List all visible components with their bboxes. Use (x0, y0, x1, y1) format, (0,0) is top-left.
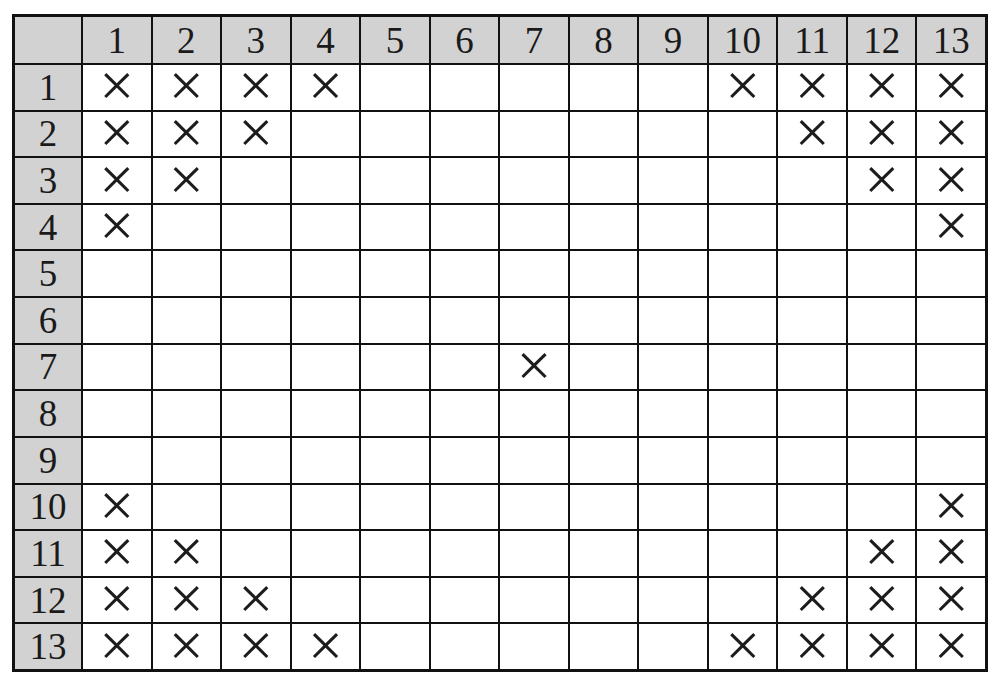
grid-cell[interactable] (778, 298, 846, 343)
cross-mark: × (99, 112, 134, 157)
grid-cell[interactable] (848, 345, 916, 390)
grid-cell[interactable] (292, 112, 360, 157)
cross-mark: × (99, 205, 134, 250)
grid-cell[interactable]: × (500, 345, 568, 390)
grid-cell[interactable]: × (778, 112, 846, 157)
grid-cell[interactable] (83, 345, 151, 390)
cross-mark: × (934, 205, 969, 250)
grid-cell[interactable] (222, 251, 290, 296)
grid-cell[interactable] (639, 65, 707, 110)
row-header-4: 4 (15, 205, 81, 250)
grid-cell[interactable] (848, 205, 916, 250)
grid-cell[interactable]: × (917, 624, 985, 669)
cross-mark: × (169, 624, 204, 669)
grid-cell[interactable] (500, 251, 568, 296)
grid-cell[interactable]: × (292, 624, 360, 669)
grid-cell[interactable] (361, 624, 429, 669)
grid-cell[interactable] (639, 485, 707, 530)
grid-cell[interactable]: × (709, 65, 777, 110)
grid-cell[interactable] (709, 298, 777, 343)
grid-cell[interactable] (153, 205, 221, 250)
grid-cell[interactable]: × (778, 65, 846, 110)
row-header-13: 13 (15, 624, 81, 669)
cross-mark: × (934, 65, 969, 110)
grid-cell[interactable] (848, 438, 916, 483)
row-header-10: 10 (15, 485, 81, 530)
grid-cell[interactable] (222, 485, 290, 530)
cross-mark: × (934, 485, 969, 530)
grid-cell[interactable] (500, 578, 568, 623)
cross-mark: × (864, 112, 899, 157)
grid-cell[interactable]: × (83, 485, 151, 530)
grid-cell[interactable]: × (153, 158, 221, 203)
cross-mark: × (864, 531, 899, 576)
grid-cell[interactable] (500, 65, 568, 110)
grid-cell[interactable] (361, 298, 429, 343)
grid-cell[interactable]: × (153, 531, 221, 576)
grid-cell[interactable] (292, 345, 360, 390)
col-header-7: 7 (500, 17, 568, 63)
cross-mark: × (864, 624, 899, 669)
grid-cell[interactable]: × (153, 578, 221, 623)
grid-cell[interactable] (709, 251, 777, 296)
grid-cell[interactable] (361, 112, 429, 157)
grid-cell[interactable] (639, 298, 707, 343)
grid-cell[interactable] (431, 345, 499, 390)
grid-cell[interactable] (361, 578, 429, 623)
grid-cell[interactable]: × (83, 624, 151, 669)
grid-cell[interactable] (848, 391, 916, 436)
grid-cell[interactable]: × (848, 65, 916, 110)
grid-cell[interactable]: × (917, 485, 985, 530)
grid-cell[interactable] (361, 531, 429, 576)
grid-cell[interactable] (570, 624, 638, 669)
grid-cell[interactable] (500, 624, 568, 669)
cross-mark: × (99, 624, 134, 669)
grid-cell[interactable] (431, 624, 499, 669)
grid-cell[interactable] (292, 438, 360, 483)
grid-cell[interactable] (500, 438, 568, 483)
grid-cell[interactable] (292, 485, 360, 530)
grid-cell[interactable] (778, 251, 846, 296)
cross-mark: × (238, 65, 273, 110)
cross-mark: × (169, 531, 204, 576)
grid-cell[interactable] (570, 205, 638, 250)
grid-cell[interactable] (709, 205, 777, 250)
grid-cell[interactable] (570, 158, 638, 203)
grid-cell[interactable] (639, 205, 707, 250)
grid-cell[interactable]: × (83, 205, 151, 250)
cross-mark: × (238, 112, 273, 157)
cross-mark: × (169, 112, 204, 157)
grid-cell[interactable] (917, 345, 985, 390)
grid-cell[interactable]: × (848, 531, 916, 576)
grid-cell[interactable] (431, 205, 499, 250)
grid-cell[interactable] (222, 391, 290, 436)
grid-cell[interactable] (570, 485, 638, 530)
grid-cell[interactable] (778, 531, 846, 576)
grid-cell[interactable] (778, 158, 846, 203)
grid-cell[interactable]: × (83, 65, 151, 110)
col-header-3: 3 (222, 17, 290, 63)
grid-cell[interactable] (570, 112, 638, 157)
grid-cell[interactable] (500, 391, 568, 436)
grid-cell[interactable] (83, 391, 151, 436)
grid-cell[interactable] (778, 438, 846, 483)
grid-cell[interactable] (570, 578, 638, 623)
col-header-11: 11 (778, 17, 846, 63)
grid-cell[interactable] (778, 485, 846, 530)
grid-cell[interactable] (361, 158, 429, 203)
row-header-8: 8 (15, 391, 81, 436)
grid-cell[interactable] (639, 158, 707, 203)
grid-cell[interactable]: × (917, 112, 985, 157)
cross-mark: × (99, 578, 134, 623)
grid-cell[interactable]: × (709, 624, 777, 669)
grid-cell[interactable] (292, 158, 360, 203)
grid-cell[interactable]: × (153, 624, 221, 669)
row-header-11: 11 (15, 531, 81, 576)
grid-cell[interactable] (570, 391, 638, 436)
grid-cell[interactable] (709, 112, 777, 157)
cross-mark: × (169, 578, 204, 623)
grid-cell[interactable] (570, 531, 638, 576)
cross-mark: × (864, 65, 899, 110)
cross-mark: × (308, 624, 343, 669)
grid-cell[interactable]: × (222, 112, 290, 157)
cross-mark: × (99, 65, 134, 110)
grid-cell[interactable] (500, 298, 568, 343)
grid-cell[interactable] (153, 391, 221, 436)
row-header-6: 6 (15, 298, 81, 343)
grid-cell[interactable] (292, 578, 360, 623)
grid-cell[interactable]: × (917, 578, 985, 623)
grid-cell[interactable]: × (848, 624, 916, 669)
grid-cell[interactable] (639, 391, 707, 436)
grid-cell[interactable] (431, 578, 499, 623)
grid-cell[interactable] (153, 485, 221, 530)
cross-mark: × (795, 65, 830, 110)
grid-cell[interactable]: × (778, 624, 846, 669)
grid-cell[interactable] (709, 531, 777, 576)
grid-cell[interactable] (639, 345, 707, 390)
grid-cell[interactable] (222, 298, 290, 343)
cross-mark: × (99, 531, 134, 576)
grid-cell[interactable] (361, 251, 429, 296)
grid-cell[interactable] (848, 251, 916, 296)
grid-cell[interactable]: × (222, 624, 290, 669)
grid-cell[interactable]: × (222, 65, 290, 110)
col-header-8: 8 (570, 17, 638, 63)
cross-mark: × (169, 158, 204, 203)
grid-cell[interactable] (500, 531, 568, 576)
grid-cell[interactable] (431, 158, 499, 203)
row-header-2: 2 (15, 112, 81, 157)
cross-mark: × (99, 485, 134, 530)
col-header-13: 13 (917, 17, 985, 63)
grid-cell[interactable] (361, 485, 429, 530)
grid-cell[interactable] (222, 345, 290, 390)
grid-cell[interactable] (709, 438, 777, 483)
grid-cell[interactable] (361, 345, 429, 390)
grid-cell[interactable] (292, 531, 360, 576)
grid-cell[interactable] (500, 158, 568, 203)
grid-cell[interactable] (917, 438, 985, 483)
grid-cell[interactable] (639, 438, 707, 483)
row-header-5: 5 (15, 251, 81, 296)
grid-cell[interactable] (639, 112, 707, 157)
cross-mark: × (725, 624, 760, 669)
grid-cell[interactable] (500, 485, 568, 530)
grid-cell[interactable] (153, 251, 221, 296)
cross-mark: × (517, 345, 552, 390)
cross-mark: × (99, 158, 134, 203)
grid-cell[interactable] (361, 65, 429, 110)
row-header-12: 12 (15, 578, 81, 623)
grid-cell[interactable] (292, 298, 360, 343)
corner-cell (15, 17, 81, 63)
col-header-1: 1 (83, 17, 151, 63)
grid-cell[interactable] (570, 65, 638, 110)
grid-cell[interactable] (639, 531, 707, 576)
grid-cell[interactable]: × (83, 578, 151, 623)
row-header-9: 9 (15, 438, 81, 483)
grid-cell[interactable] (709, 158, 777, 203)
cross-mark: × (238, 624, 273, 669)
grid-cell[interactable] (222, 438, 290, 483)
grid-cell[interactable] (570, 251, 638, 296)
grid-cell[interactable] (83, 298, 151, 343)
grid-cell[interactable] (361, 205, 429, 250)
grid-cell[interactable]: × (153, 65, 221, 110)
col-header-6: 6 (431, 17, 499, 63)
grid-cell[interactable]: × (917, 531, 985, 576)
grid-cell[interactable] (639, 578, 707, 623)
col-header-10: 10 (709, 17, 777, 63)
grid-cell[interactable]: × (917, 65, 985, 110)
grid-cell[interactable] (570, 438, 638, 483)
cross-mark: × (795, 624, 830, 669)
cross-mark: × (864, 158, 899, 203)
row-header-7: 7 (15, 345, 81, 390)
grid-cell[interactable] (431, 391, 499, 436)
cross-mark: × (934, 112, 969, 157)
grid-cell[interactable] (431, 485, 499, 530)
grid-cell[interactable]: × (83, 531, 151, 576)
row-header-3: 3 (15, 158, 81, 203)
grid-cell[interactable]: × (778, 578, 846, 623)
col-header-2: 2 (153, 17, 221, 63)
grid-cell[interactable] (570, 345, 638, 390)
grid-cell[interactable]: × (153, 112, 221, 157)
cross-mark: × (308, 65, 343, 110)
grid-cell[interactable] (222, 531, 290, 576)
cross-mark: × (934, 531, 969, 576)
grid-cell[interactable] (778, 205, 846, 250)
grid-cell[interactable] (709, 485, 777, 530)
grid-cell[interactable] (222, 205, 290, 250)
grid-cell[interactable] (917, 298, 985, 343)
grid-cell[interactable] (778, 391, 846, 436)
grid-cell[interactable]: × (848, 112, 916, 157)
grid-cell[interactable] (917, 251, 985, 296)
grid-cell[interactable] (570, 298, 638, 343)
grid-cell[interactable] (431, 531, 499, 576)
cross-mark: × (934, 624, 969, 669)
grid-cell[interactable] (153, 345, 221, 390)
row-header-1: 1 (15, 65, 81, 110)
grid-cell[interactable] (709, 391, 777, 436)
grid-cell[interactable] (431, 112, 499, 157)
cross-mark: × (795, 112, 830, 157)
grid-cell[interactable]: × (917, 205, 985, 250)
cross-mark: × (725, 65, 760, 110)
grid-cell[interactable] (500, 112, 568, 157)
grid-cell[interactable] (431, 298, 499, 343)
grid-cell[interactable] (153, 298, 221, 343)
grid-cell[interactable] (292, 205, 360, 250)
grid-cell[interactable] (500, 205, 568, 250)
cross-mark: × (864, 578, 899, 623)
grid-cell[interactable] (361, 391, 429, 436)
grid-cell[interactable] (639, 624, 707, 669)
col-header-5: 5 (361, 17, 429, 63)
grid-cell[interactable]: × (83, 112, 151, 157)
grid-cell[interactable]: × (917, 158, 985, 203)
grid-cell[interactable] (153, 438, 221, 483)
col-header-9: 9 (639, 17, 707, 63)
cross-mark: × (238, 578, 273, 623)
cross-mark: × (795, 578, 830, 623)
grid-cell[interactable] (361, 438, 429, 483)
grid-cell[interactable]: × (222, 578, 290, 623)
col-header-4: 4 (292, 17, 360, 63)
col-header-12: 12 (848, 17, 916, 63)
matrix-table: 123456789101112131××××××××2××××××3××××4×… (12, 14, 988, 672)
grid-cell[interactable] (917, 391, 985, 436)
grid-cell[interactable] (222, 158, 290, 203)
grid-cell[interactable]: × (848, 578, 916, 623)
grid-cell[interactable] (431, 251, 499, 296)
grid-cell[interactable] (431, 65, 499, 110)
cross-mark: × (169, 65, 204, 110)
cross-mark: × (934, 158, 969, 203)
grid-cell[interactable] (639, 251, 707, 296)
grid-cell[interactable]: × (292, 65, 360, 110)
grid-cell[interactable] (83, 251, 151, 296)
grid-cell[interactable] (83, 438, 151, 483)
grid-cell[interactable] (431, 438, 499, 483)
grid-cell[interactable] (848, 485, 916, 530)
grid-cell[interactable] (778, 345, 846, 390)
grid-cell[interactable] (292, 251, 360, 296)
grid-cell[interactable] (709, 345, 777, 390)
grid-cell[interactable]: × (83, 158, 151, 203)
grid-cell[interactable]: × (848, 158, 916, 203)
grid-cell[interactable] (292, 391, 360, 436)
grid-cell[interactable] (709, 578, 777, 623)
cross-mark: × (934, 578, 969, 623)
grid-cell[interactable] (848, 298, 916, 343)
